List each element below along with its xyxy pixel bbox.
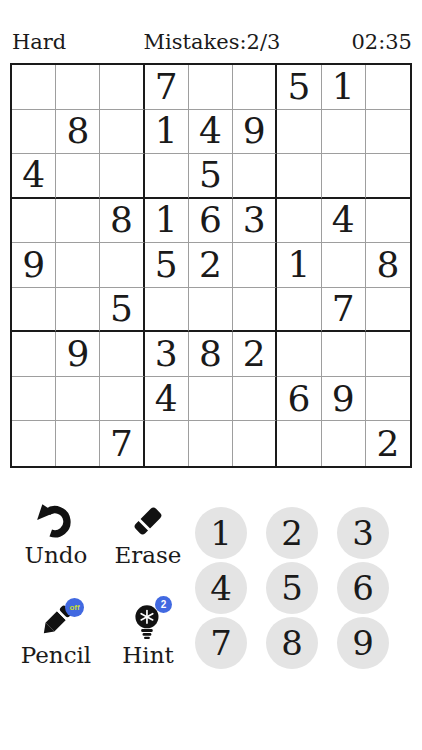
erase-label: Erase [115,542,182,568]
cell-r6c4[interactable] [145,288,189,333]
numpad-button-3[interactable]: 3 [337,507,389,559]
cell-r2c1[interactable] [12,110,56,155]
cell-r5c8[interactable] [322,243,366,288]
cell-r1c6[interactable] [233,65,277,110]
cell-r5c6[interactable] [233,243,277,288]
numpad: 123456789 [195,507,389,669]
cell-r3c5[interactable]: 5 [189,154,233,199]
cell-r1c4[interactable]: 7 [145,65,189,110]
cell-r9c2[interactable] [56,421,100,466]
cell-r2c5[interactable]: 4 [189,110,233,155]
cell-r9c8[interactable] [322,421,366,466]
cell-r6c9[interactable] [366,288,410,333]
cell-r3c2[interactable] [56,154,100,199]
cell-r1c1[interactable] [12,65,56,110]
timer: 02:35 [294,30,412,54]
cell-r8c6[interactable] [233,377,277,422]
cell-r8c9[interactable] [366,377,410,422]
undo-button[interactable]: Undo [25,500,88,572]
pencil-button[interactable]: off Pencil [21,600,91,672]
cell-r9c7[interactable] [277,421,321,466]
cell-r1c9[interactable] [366,65,410,110]
pencil-off-badge: off [65,598,84,617]
pencil-label: Pencil [21,642,91,668]
cell-r1c5[interactable] [189,65,233,110]
numpad-button-5[interactable]: 5 [266,562,318,614]
cell-r3c1[interactable]: 4 [12,154,56,199]
cell-r1c8[interactable]: 1 [322,65,366,110]
eraser-icon [127,500,169,542]
cell-r4c3[interactable]: 8 [100,199,144,244]
cell-r9c4[interactable] [145,421,189,466]
cell-r7c1[interactable] [12,332,56,377]
cell-r9c9[interactable]: 2 [366,421,410,466]
cell-r7c7[interactable] [277,332,321,377]
undo-label: Undo [25,542,88,568]
cell-r5c2[interactable] [56,243,100,288]
cell-r4c1[interactable] [12,199,56,244]
cell-r4c4[interactable]: 1 [145,199,189,244]
cell-r7c4[interactable]: 3 [145,332,189,377]
cell-r8c4[interactable]: 4 [145,377,189,422]
cell-r9c6[interactable] [233,421,277,466]
sudoku-grid: 751814945816349521857938246972 [10,63,412,468]
erase-button[interactable]: Erase [115,500,182,572]
cell-r2c2[interactable]: 8 [56,110,100,155]
cell-r6c5[interactable] [189,288,233,333]
cell-r5c4[interactable]: 5 [145,243,189,288]
cell-r7c6[interactable]: 2 [233,332,277,377]
numpad-button-8[interactable]: 8 [266,617,318,669]
cell-r1c2[interactable] [56,65,100,110]
cell-r7c8[interactable] [322,332,366,377]
cell-r8c8[interactable]: 9 [322,377,366,422]
cell-r6c7[interactable] [277,288,321,333]
cell-r6c1[interactable] [12,288,56,333]
cell-r4c2[interactable] [56,199,100,244]
cell-r7c9[interactable] [366,332,410,377]
cell-r5c1[interactable]: 9 [12,243,56,288]
cell-r3c7[interactable] [277,154,321,199]
cell-r8c5[interactable] [189,377,233,422]
pencil-icon: off [35,600,77,642]
sudoku-app: Hard Mistakes:2/3 02:35 7518149458163495… [0,0,422,750]
cell-r2c9[interactable] [366,110,410,155]
undo-arrow-icon [35,500,77,542]
cell-r5c3[interactable] [100,243,144,288]
numpad-button-4[interactable]: 4 [195,562,247,614]
cell-r7c3[interactable] [100,332,144,377]
cell-r5c7[interactable]: 1 [277,243,321,288]
cell-r9c3[interactable]: 7 [100,421,144,466]
cell-r6c8[interactable]: 7 [322,288,366,333]
cell-r2c6[interactable]: 9 [233,110,277,155]
lightbulb-icon: 2 [127,600,169,642]
cell-r3c8[interactable] [322,154,366,199]
cell-r3c3[interactable] [100,154,144,199]
cell-r8c7[interactable]: 6 [277,377,321,422]
cell-r7c2[interactable]: 9 [56,332,100,377]
difficulty-label: Hard [12,30,130,54]
numpad-button-1[interactable]: 1 [195,507,247,559]
cell-r9c1[interactable] [12,421,56,466]
cell-r7c5[interactable]: 8 [189,332,233,377]
cell-r4c6[interactable]: 3 [233,199,277,244]
numpad-button-9[interactable]: 9 [337,617,389,669]
cell-r3c4[interactable] [145,154,189,199]
cell-r2c3[interactable] [100,110,144,155]
numpad-button-2[interactable]: 2 [266,507,318,559]
cell-r4c5[interactable]: 6 [189,199,233,244]
cell-r6c3[interactable]: 5 [100,288,144,333]
cell-r3c6[interactable] [233,154,277,199]
mistakes-counter: Mistakes:2/3 [130,30,295,54]
cell-r8c1[interactable] [12,377,56,422]
cell-r3c9[interactable] [366,154,410,199]
numpad-button-7[interactable]: 7 [195,617,247,669]
cell-r8c2[interactable] [56,377,100,422]
cell-r5c9[interactable]: 8 [366,243,410,288]
hint-label: Hint [122,642,173,668]
cell-r2c7[interactable] [277,110,321,155]
cell-r6c6[interactable] [233,288,277,333]
cell-r6c2[interactable] [56,288,100,333]
numpad-button-6[interactable]: 6 [337,562,389,614]
cell-r4c8[interactable]: 4 [322,199,366,244]
cell-r1c7[interactable]: 5 [277,65,321,110]
cell-r8c3[interactable] [100,377,144,422]
cell-r5c5[interactable]: 2 [189,243,233,288]
tool-controls: Undo Erase [10,500,194,672]
cell-r4c9[interactable] [366,199,410,244]
top-bar: Hard Mistakes:2/3 02:35 [12,30,412,56]
hint-count-badge: 2 [155,596,172,613]
cell-r2c4[interactable]: 1 [145,110,189,155]
cell-r4c7[interactable] [277,199,321,244]
cell-r1c3[interactable] [100,65,144,110]
hint-button[interactable]: 2 Hint [122,600,173,672]
cell-r2c8[interactable] [322,110,366,155]
cell-r9c5[interactable] [189,421,233,466]
